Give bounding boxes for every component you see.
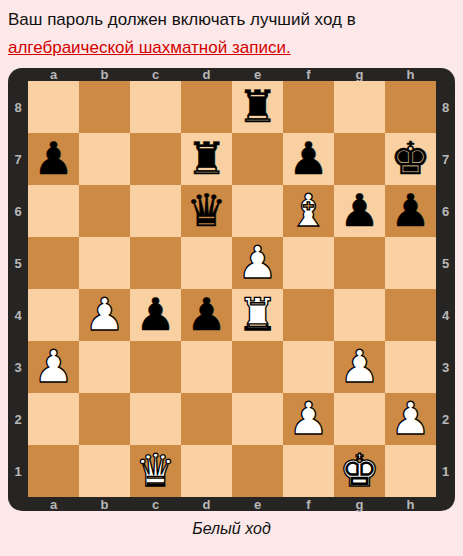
file-label-a-bottom: a bbox=[28, 497, 79, 511]
square-c2 bbox=[130, 393, 181, 445]
algebraic-notation-link[interactable]: алгебраической шахматной записи. bbox=[8, 38, 291, 57]
rank-label-2-right: 2 bbox=[436, 393, 455, 445]
square-c7 bbox=[130, 133, 181, 185]
instruction-line-1: Ваш пароль должен включать лучший ход в bbox=[8, 6, 455, 34]
square-f1 bbox=[283, 445, 334, 497]
password-rule-chess-panel: Ваш пароль должен включать лучший ход в … bbox=[0, 0, 463, 556]
square-g7 bbox=[334, 133, 385, 185]
rank-label-2-left: 2 bbox=[8, 393, 28, 445]
square-h1 bbox=[385, 445, 436, 497]
piece-white-rook: ♜ bbox=[237, 289, 277, 341]
square-a4 bbox=[28, 289, 79, 341]
board-corner bbox=[8, 68, 28, 81]
square-b8 bbox=[79, 81, 130, 133]
piece-black-pawn: ♟ bbox=[33, 133, 73, 185]
square-h3 bbox=[385, 341, 436, 393]
square-g6: ♟ bbox=[334, 185, 385, 237]
rank-label-5-left: 5 bbox=[8, 237, 28, 289]
square-f7: ♟ bbox=[283, 133, 334, 185]
rank-label-3-left: 3 bbox=[8, 341, 28, 393]
square-e3 bbox=[232, 341, 283, 393]
square-a1 bbox=[28, 445, 79, 497]
file-label-d-top: d bbox=[181, 68, 232, 81]
file-label-g-bottom: g bbox=[334, 497, 385, 511]
square-b7 bbox=[79, 133, 130, 185]
square-f6: ♝ bbox=[283, 185, 334, 237]
square-d7: ♜ bbox=[181, 133, 232, 185]
file-label-h-bottom: h bbox=[385, 497, 436, 511]
instruction-text: Ваш пароль должен включать лучший ход в … bbox=[0, 0, 463, 62]
square-d2 bbox=[181, 393, 232, 445]
file-label-f-bottom: f bbox=[283, 497, 334, 511]
rank-label-6-left: 6 bbox=[8, 185, 28, 237]
piece-black-pawn: ♟ bbox=[390, 185, 430, 237]
square-e5: ♟ bbox=[232, 237, 283, 289]
file-label-b-bottom: b bbox=[79, 497, 130, 511]
square-f2: ♟ bbox=[283, 393, 334, 445]
piece-white-pawn: ♟ bbox=[339, 341, 379, 393]
square-b4: ♟ bbox=[79, 289, 130, 341]
square-d4: ♟ bbox=[181, 289, 232, 341]
rank-label-4-left: 4 bbox=[8, 289, 28, 341]
square-b2 bbox=[79, 393, 130, 445]
square-g1: ♚ bbox=[334, 445, 385, 497]
square-e1 bbox=[232, 445, 283, 497]
square-c1: ♛ bbox=[130, 445, 181, 497]
file-label-b-top: b bbox=[79, 68, 130, 81]
square-f5 bbox=[283, 237, 334, 289]
piece-white-bishop: ♝ bbox=[288, 185, 328, 237]
square-c4: ♟ bbox=[130, 289, 181, 341]
square-h5 bbox=[385, 237, 436, 289]
piece-white-pawn: ♟ bbox=[237, 237, 277, 289]
square-a7: ♟ bbox=[28, 133, 79, 185]
square-e2 bbox=[232, 393, 283, 445]
rank-label-6-right: 6 bbox=[436, 185, 455, 237]
square-h8 bbox=[385, 81, 436, 133]
rank-label-8-right: 8 bbox=[436, 81, 455, 133]
square-c3 bbox=[130, 341, 181, 393]
board-corner bbox=[436, 68, 455, 81]
square-a3: ♟ bbox=[28, 341, 79, 393]
file-label-c-bottom: c bbox=[130, 497, 181, 511]
rank-label-7-left: 7 bbox=[8, 133, 28, 185]
piece-black-queen: ♛ bbox=[186, 185, 226, 237]
piece-black-pawn: ♟ bbox=[339, 185, 379, 237]
file-label-h-top: h bbox=[385, 68, 436, 81]
piece-black-king: ♚ bbox=[390, 133, 430, 185]
square-e6 bbox=[232, 185, 283, 237]
piece-black-pawn: ♟ bbox=[135, 289, 175, 341]
square-g2 bbox=[334, 393, 385, 445]
square-f4 bbox=[283, 289, 334, 341]
rank-label-8-left: 8 bbox=[8, 81, 28, 133]
square-b3 bbox=[79, 341, 130, 393]
square-d8 bbox=[181, 81, 232, 133]
piece-black-pawn: ♟ bbox=[288, 133, 328, 185]
piece-black-pawn: ♟ bbox=[186, 289, 226, 341]
piece-white-pawn: ♟ bbox=[390, 393, 430, 445]
square-c6 bbox=[130, 185, 181, 237]
piece-white-king: ♚ bbox=[339, 445, 379, 497]
square-g3: ♟ bbox=[334, 341, 385, 393]
piece-white-pawn: ♟ bbox=[33, 341, 73, 393]
file-label-c-top: c bbox=[130, 68, 181, 81]
square-b6 bbox=[79, 185, 130, 237]
square-b5 bbox=[79, 237, 130, 289]
rank-label-4-right: 4 bbox=[436, 289, 455, 341]
square-c8 bbox=[130, 81, 181, 133]
piece-black-rook: ♜ bbox=[186, 133, 226, 185]
square-a8 bbox=[28, 81, 79, 133]
rank-label-5-right: 5 bbox=[436, 237, 455, 289]
square-e7 bbox=[232, 133, 283, 185]
file-label-f-top: f bbox=[283, 68, 334, 81]
chess-board: abcdefgh8♜87♟♜♟♚76♛♝♟♟65♟54♟♟♟♜43♟♟32♟♟2… bbox=[8, 68, 455, 511]
file-label-e-bottom: e bbox=[232, 497, 283, 511]
square-d6: ♛ bbox=[181, 185, 232, 237]
square-e4: ♜ bbox=[232, 289, 283, 341]
square-g4 bbox=[334, 289, 385, 341]
turn-indicator: Белый ход bbox=[8, 520, 455, 538]
square-h6: ♟ bbox=[385, 185, 436, 237]
rank-label-7-right: 7 bbox=[436, 133, 455, 185]
square-g8 bbox=[334, 81, 385, 133]
square-a5 bbox=[28, 237, 79, 289]
square-d3 bbox=[181, 341, 232, 393]
piece-white-pawn: ♟ bbox=[288, 393, 328, 445]
file-label-g-top: g bbox=[334, 68, 385, 81]
square-d1 bbox=[181, 445, 232, 497]
square-f3 bbox=[283, 341, 334, 393]
square-c5 bbox=[130, 237, 181, 289]
rank-label-3-right: 3 bbox=[436, 341, 455, 393]
rank-label-1-left: 1 bbox=[8, 445, 28, 497]
square-a6 bbox=[28, 185, 79, 237]
square-g5 bbox=[334, 237, 385, 289]
rank-label-1-right: 1 bbox=[436, 445, 455, 497]
square-h4 bbox=[385, 289, 436, 341]
square-a2 bbox=[28, 393, 79, 445]
square-h2: ♟ bbox=[385, 393, 436, 445]
file-label-d-bottom: d bbox=[181, 497, 232, 511]
board-corner bbox=[8, 497, 28, 511]
piece-white-queen: ♛ bbox=[135, 445, 175, 497]
square-d5 bbox=[181, 237, 232, 289]
square-b1 bbox=[79, 445, 130, 497]
board-corner bbox=[436, 497, 455, 511]
piece-black-rook: ♜ bbox=[237, 81, 277, 133]
piece-white-pawn: ♟ bbox=[84, 289, 124, 341]
square-e8: ♜ bbox=[232, 81, 283, 133]
square-f8 bbox=[283, 81, 334, 133]
square-h7: ♚ bbox=[385, 133, 436, 185]
file-label-a-top: a bbox=[28, 68, 79, 81]
